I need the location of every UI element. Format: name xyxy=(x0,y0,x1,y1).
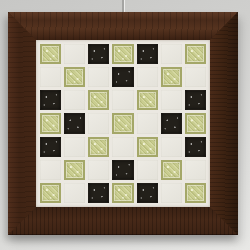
tile-r7c6-white xyxy=(161,183,182,203)
tile-r3c4-white xyxy=(112,90,133,110)
tile-r2c1-white xyxy=(40,67,61,87)
tile-r6c3-white xyxy=(88,160,109,180)
tile-r4c2-black xyxy=(64,113,85,133)
tile-r1c6-white xyxy=(161,44,182,64)
tile-r3c5-green xyxy=(137,90,158,110)
tile-r5c5-green xyxy=(137,137,158,157)
tile-r5c6-white xyxy=(161,137,182,157)
tile-r1c2-white xyxy=(64,44,85,64)
tile-r2c6-green xyxy=(161,67,182,87)
tile-r4c7-green xyxy=(185,113,206,133)
tile-r1c1-green xyxy=(40,44,61,64)
tile-r4c5-white xyxy=(137,113,158,133)
tile-r2c3-white xyxy=(88,67,109,87)
frame-rail-bottom xyxy=(8,207,238,235)
frame-rail-left xyxy=(8,12,36,235)
tile-r7c2-white xyxy=(64,183,85,203)
tile-r3c3-green xyxy=(88,90,109,110)
tile-r7c7-green xyxy=(185,183,206,203)
tile-r3c2-white xyxy=(64,90,85,110)
tile-r7c5-black xyxy=(137,183,158,203)
tile-r6c5-white xyxy=(137,160,158,180)
tile-r7c4-green xyxy=(112,183,133,203)
tile-r1c7-green xyxy=(185,44,206,64)
tile-r5c2-white xyxy=(64,137,85,157)
tile-r1c3-black xyxy=(88,44,109,64)
frame-rail-top xyxy=(8,12,238,40)
tile-r4c3-white xyxy=(88,113,109,133)
tile-r4c1-green xyxy=(40,113,61,133)
photo-scene xyxy=(0,0,250,250)
tile-r5c4-white xyxy=(112,137,133,157)
tile-r6c1-white xyxy=(40,160,61,180)
frame-rail-right xyxy=(210,12,238,235)
board-grid xyxy=(36,40,210,207)
wooden-board-frame xyxy=(8,12,238,235)
tile-r2c5-white xyxy=(137,67,158,87)
tile-r4c6-black xyxy=(161,113,182,133)
tile-r6c2-green xyxy=(64,160,85,180)
tile-r2c7-white xyxy=(185,67,206,87)
tile-r7c3-black xyxy=(88,183,109,203)
tile-r4c4-green xyxy=(112,113,133,133)
tile-r5c7-black xyxy=(185,137,206,157)
tile-r2c2-green xyxy=(64,67,85,87)
tile-r6c4-black xyxy=(112,160,133,180)
tile-r5c3-green xyxy=(88,137,109,157)
tile-r5c1-black xyxy=(40,137,61,157)
tile-r2c4-black xyxy=(112,67,133,87)
tile-r6c7-white xyxy=(185,160,206,180)
tile-r7c1-green xyxy=(40,183,61,203)
tile-r3c1-black xyxy=(40,90,61,110)
tile-r3c7-black xyxy=(185,90,206,110)
tile-r6c6-green xyxy=(161,160,182,180)
tile-r1c4-green xyxy=(112,44,133,64)
tile-r1c5-black xyxy=(137,44,158,64)
tile-r3c6-white xyxy=(161,90,182,110)
